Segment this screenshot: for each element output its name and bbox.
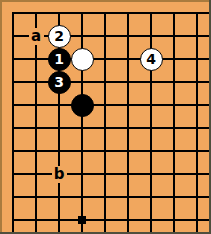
white-stone-move-4: 4 [140, 48, 163, 71]
grid-line-horizontal [12, 127, 211, 129]
grid-line-horizontal [12, 219, 211, 221]
grid-line-horizontal [12, 12, 211, 14]
board-frame-left [0, 0, 2, 234]
black-stone-move-1: 1 [48, 48, 71, 71]
board-frame-top [0, 0, 211, 2]
grid-line-horizontal [12, 150, 211, 152]
grid-line-vertical [196, 12, 198, 234]
point-label-a: a [29, 28, 44, 45]
grid-line-vertical [12, 12, 14, 234]
grid-line-horizontal [12, 104, 211, 106]
grid-line-vertical [150, 12, 152, 234]
grid-line-vertical [127, 12, 129, 234]
grid-line-vertical [104, 12, 106, 234]
black-stone-move-3: 3 [48, 71, 71, 94]
go-board-diagram: ab1234 [0, 0, 211, 234]
board-frame-right [209, 0, 211, 234]
grid-line-horizontal [12, 173, 211, 175]
white-stone-D17 [71, 48, 94, 71]
board-frame-bottom [0, 232, 211, 234]
grid-line-horizontal [12, 58, 211, 60]
star-point [78, 216, 86, 224]
point-label-b: b [52, 166, 67, 183]
grid-line-vertical [173, 12, 175, 234]
black-stone-D15 [71, 94, 94, 117]
grid-line-horizontal [12, 81, 211, 83]
white-stone-move-2: 2 [48, 25, 71, 48]
go-board: ab1234 [0, 0, 211, 234]
grid-line-horizontal [12, 196, 211, 198]
grid-line-vertical [81, 12, 83, 234]
grid-line-vertical [35, 12, 37, 234]
